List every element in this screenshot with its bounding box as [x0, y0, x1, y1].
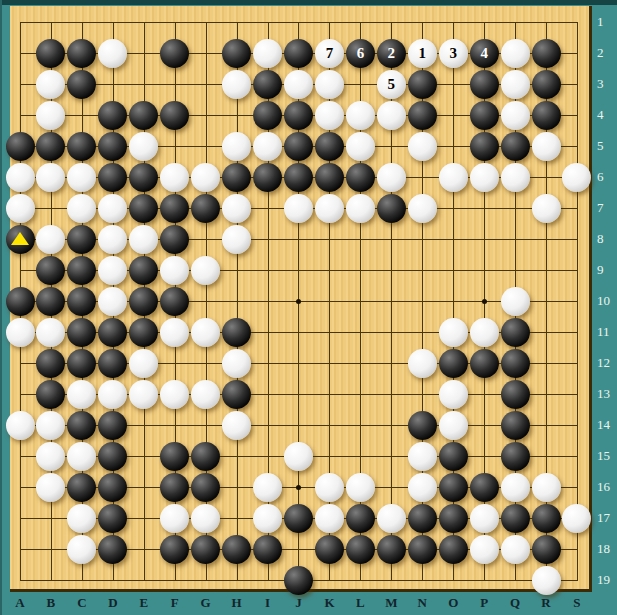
black-stone-Q14[interactable] — [501, 411, 530, 440]
white-stone-E8[interactable] — [129, 225, 158, 254]
white-stone-H14[interactable] — [222, 411, 251, 440]
column-label-I: I — [256, 595, 280, 611]
black-stone-D12[interactable] — [98, 349, 127, 378]
black-stone-D6[interactable] — [98, 163, 127, 192]
black-stone-B13[interactable] — [36, 380, 65, 409]
row-label-15: 15 — [597, 448, 617, 464]
white-stone-D7[interactable] — [98, 194, 127, 223]
white-stone-R19[interactable] — [532, 566, 561, 595]
black-stone-G15[interactable] — [191, 442, 220, 471]
black-stone-D15[interactable] — [98, 442, 127, 471]
white-stone-O6[interactable] — [439, 163, 468, 192]
white-stone-P18[interactable] — [470, 535, 499, 564]
white-stone-C13[interactable] — [67, 380, 96, 409]
white-stone-Q16[interactable] — [501, 473, 530, 502]
white-stone-O14[interactable] — [439, 411, 468, 440]
black-stone-H18[interactable] — [222, 535, 251, 564]
black-stone-O18[interactable] — [439, 535, 468, 564]
row-label-18: 18 — [597, 541, 617, 557]
white-stone-A11[interactable] — [6, 318, 35, 347]
white-stone-D2[interactable] — [98, 39, 127, 68]
black-stone-F4[interactable] — [160, 101, 189, 130]
grid-vline — [577, 22, 578, 581]
black-stone-E9[interactable] — [129, 256, 158, 285]
white-stone-K4[interactable] — [315, 101, 344, 130]
black-stone-H11[interactable] — [222, 318, 251, 347]
black-stone-K5[interactable] — [315, 132, 344, 161]
white-stone-D13[interactable] — [98, 380, 127, 409]
black-stone-C11[interactable] — [67, 318, 96, 347]
black-stone-D18[interactable] — [98, 535, 127, 564]
black-stone-M2[interactable]: 2 — [377, 39, 406, 68]
black-stone-D11[interactable] — [98, 318, 127, 347]
column-label-L: L — [348, 595, 372, 611]
column-label-C: C — [70, 595, 94, 611]
row-label-5: 5 — [597, 138, 617, 154]
white-stone-L16[interactable] — [346, 473, 375, 502]
white-stone-C7[interactable] — [67, 194, 96, 223]
white-stone-C15[interactable] — [67, 442, 96, 471]
black-stone-I18[interactable] — [253, 535, 282, 564]
black-stone-C3[interactable] — [67, 70, 96, 99]
black-stone-E6[interactable] — [129, 163, 158, 192]
white-stone-F6[interactable] — [160, 163, 189, 192]
black-stone-P4[interactable] — [470, 101, 499, 130]
black-stone-J2[interactable] — [284, 39, 313, 68]
black-stone-J5[interactable] — [284, 132, 313, 161]
black-stone-Q13[interactable] — [501, 380, 530, 409]
white-stone-H8[interactable] — [222, 225, 251, 254]
white-stone-G13[interactable] — [191, 380, 220, 409]
white-stone-B6[interactable] — [36, 163, 65, 192]
black-stone-N4[interactable] — [408, 101, 437, 130]
black-stone-A10[interactable] — [6, 287, 35, 316]
white-stone-C6[interactable] — [67, 163, 96, 192]
white-stone-J15[interactable] — [284, 442, 313, 471]
white-stone-K16[interactable] — [315, 473, 344, 502]
black-stone-B5[interactable] — [36, 132, 65, 161]
row-label-19: 19 — [597, 572, 617, 588]
white-stone-I16[interactable] — [253, 473, 282, 502]
white-stone-H7[interactable] — [222, 194, 251, 223]
black-stone-Q11[interactable] — [501, 318, 530, 347]
white-stone-D9[interactable] — [98, 256, 127, 285]
white-stone-N12[interactable] — [408, 349, 437, 378]
row-label-6: 6 — [597, 169, 617, 185]
white-stone-G6[interactable] — [191, 163, 220, 192]
row-label-3: 3 — [597, 76, 617, 92]
black-stone-H13[interactable] — [222, 380, 251, 409]
black-stone-K6[interactable] — [315, 163, 344, 192]
white-stone-A7[interactable] — [6, 194, 35, 223]
black-stone-J4[interactable] — [284, 101, 313, 130]
row-label-7: 7 — [597, 200, 617, 216]
column-label-H: H — [225, 595, 249, 611]
move-number-label: 2 — [388, 46, 396, 61]
white-stone-R7[interactable] — [532, 194, 561, 223]
black-stone-E10[interactable] — [129, 287, 158, 316]
white-stone-C17[interactable] — [67, 504, 96, 533]
column-label-B: B — [39, 595, 63, 611]
white-stone-N2[interactable]: 1 — [408, 39, 437, 68]
white-stone-L5[interactable] — [346, 132, 375, 161]
white-stone-Q6[interactable] — [501, 163, 530, 192]
black-stone-P3[interactable] — [470, 70, 499, 99]
black-stone-Q17[interactable] — [501, 504, 530, 533]
black-stone-C9[interactable] — [67, 256, 96, 285]
row-label-4: 4 — [597, 107, 617, 123]
white-stone-M17[interactable] — [377, 504, 406, 533]
black-stone-F7[interactable] — [160, 194, 189, 223]
black-stone-L17[interactable] — [346, 504, 375, 533]
column-label-K: K — [317, 595, 341, 611]
white-stone-K3[interactable] — [315, 70, 344, 99]
white-stone-N15[interactable] — [408, 442, 437, 471]
black-stone-N17[interactable] — [408, 504, 437, 533]
white-stone-O11[interactable] — [439, 318, 468, 347]
row-label-2: 2 — [597, 45, 617, 61]
black-stone-K18[interactable] — [315, 535, 344, 564]
black-stone-L2[interactable]: 6 — [346, 39, 375, 68]
white-stone-Q18[interactable] — [501, 535, 530, 564]
white-stone-L4[interactable] — [346, 101, 375, 130]
column-label-J: J — [286, 595, 310, 611]
white-stone-Q3[interactable] — [501, 70, 530, 99]
white-stone-E5[interactable] — [129, 132, 158, 161]
black-stone-E7[interactable] — [129, 194, 158, 223]
column-label-F: F — [163, 595, 187, 611]
white-stone-R16[interactable] — [532, 473, 561, 502]
white-stone-O13[interactable] — [439, 380, 468, 409]
row-label-16: 16 — [597, 479, 617, 495]
white-stone-G17[interactable] — [191, 504, 220, 533]
black-stone-Q15[interactable] — [501, 442, 530, 471]
white-stone-K7[interactable] — [315, 194, 344, 223]
black-stone-I4[interactable] — [253, 101, 282, 130]
black-stone-A5[interactable] — [6, 132, 35, 161]
black-stone-O12[interactable] — [439, 349, 468, 378]
white-stone-N7[interactable] — [408, 194, 437, 223]
white-stone-S6[interactable] — [562, 163, 591, 192]
white-stone-O2[interactable]: 3 — [439, 39, 468, 68]
white-stone-Q10[interactable] — [501, 287, 530, 316]
black-stone-F8[interactable] — [160, 225, 189, 254]
column-label-R: R — [534, 595, 558, 611]
white-stone-M4[interactable] — [377, 101, 406, 130]
column-label-D: D — [101, 595, 125, 611]
black-stone-J17[interactable] — [284, 504, 313, 533]
move-number-label: 1 — [419, 46, 427, 61]
column-label-P: P — [472, 595, 496, 611]
black-stone-G7[interactable] — [191, 194, 220, 223]
white-stone-Q4[interactable] — [501, 101, 530, 130]
white-stone-B15[interactable] — [36, 442, 65, 471]
black-stone-B2[interactable] — [36, 39, 65, 68]
black-stone-E4[interactable] — [129, 101, 158, 130]
black-stone-G16[interactable] — [191, 473, 220, 502]
black-stone-Q12[interactable] — [501, 349, 530, 378]
black-stone-M7[interactable] — [377, 194, 406, 223]
black-stone-E11[interactable] — [129, 318, 158, 347]
white-stone-C18[interactable] — [67, 535, 96, 564]
black-stone-Q5[interactable] — [501, 132, 530, 161]
black-stone-D5[interactable] — [98, 132, 127, 161]
column-label-Q: Q — [503, 595, 527, 611]
black-stone-R17[interactable] — [532, 504, 561, 533]
white-stone-I17[interactable] — [253, 504, 282, 533]
go-board-screenshot: 7621345ABCDEFGHIJKLMNOPQRS12345678910111… — [0, 0, 617, 615]
white-stone-G11[interactable] — [191, 318, 220, 347]
black-stone-I3[interactable] — [253, 70, 282, 99]
row-label-14: 14 — [597, 417, 617, 433]
white-stone-J7[interactable] — [284, 194, 313, 223]
row-label-1: 1 — [597, 14, 617, 30]
white-stone-D8[interactable] — [98, 225, 127, 254]
black-stone-O17[interactable] — [439, 504, 468, 533]
white-stone-A14[interactable] — [6, 411, 35, 440]
black-stone-R18[interactable] — [532, 535, 561, 564]
black-stone-F10[interactable] — [160, 287, 189, 316]
column-label-G: G — [194, 595, 218, 611]
black-stone-R4[interactable] — [532, 101, 561, 130]
column-label-O: O — [441, 595, 465, 611]
white-stone-I5[interactable] — [253, 132, 282, 161]
black-stone-J19[interactable] — [284, 566, 313, 595]
column-label-N: N — [410, 595, 434, 611]
white-stone-B3[interactable] — [36, 70, 65, 99]
black-stone-D14[interactable] — [98, 411, 127, 440]
white-stone-E12[interactable] — [129, 349, 158, 378]
black-stone-G18[interactable] — [191, 535, 220, 564]
black-stone-O15[interactable] — [439, 442, 468, 471]
white-stone-P11[interactable] — [470, 318, 499, 347]
black-stone-H6[interactable] — [222, 163, 251, 192]
black-stone-C12[interactable] — [67, 349, 96, 378]
black-stone-P12[interactable] — [470, 349, 499, 378]
white-stone-P6[interactable] — [470, 163, 499, 192]
black-stone-C8[interactable] — [67, 225, 96, 254]
black-stone-P16[interactable] — [470, 473, 499, 502]
white-stone-H12[interactable] — [222, 349, 251, 378]
white-stone-H3[interactable] — [222, 70, 251, 99]
white-stone-R5[interactable] — [532, 132, 561, 161]
white-stone-I2[interactable] — [253, 39, 282, 68]
black-stone-F15[interactable] — [160, 442, 189, 471]
black-stone-R2[interactable] — [532, 39, 561, 68]
white-stone-K2[interactable]: 7 — [315, 39, 344, 68]
white-stone-L7[interactable] — [346, 194, 375, 223]
triangle-marker-icon — [11, 232, 29, 245]
white-stone-B8[interactable] — [36, 225, 65, 254]
black-stone-I6[interactable] — [253, 163, 282, 192]
column-label-S: S — [565, 595, 589, 611]
white-stone-B16[interactable] — [36, 473, 65, 502]
white-stone-H5[interactable] — [222, 132, 251, 161]
row-label-8: 8 — [597, 231, 617, 247]
black-stone-O16[interactable] — [439, 473, 468, 502]
row-label-17: 17 — [597, 510, 617, 526]
grid-vline — [237, 22, 238, 581]
white-stone-F11[interactable] — [160, 318, 189, 347]
row-label-13: 13 — [597, 386, 617, 402]
white-stone-B11[interactable] — [36, 318, 65, 347]
white-stone-N16[interactable] — [408, 473, 437, 502]
white-stone-F17[interactable] — [160, 504, 189, 533]
black-stone-P2[interactable]: 4 — [470, 39, 499, 68]
black-stone-C5[interactable] — [67, 132, 96, 161]
white-stone-S17[interactable] — [562, 504, 591, 533]
black-stone-C2[interactable] — [67, 39, 96, 68]
black-stone-L6[interactable] — [346, 163, 375, 192]
move-number-label: 7 — [326, 46, 334, 61]
white-stone-P17[interactable] — [470, 504, 499, 533]
white-stone-B4[interactable] — [36, 101, 65, 130]
black-stone-F18[interactable] — [160, 535, 189, 564]
black-stone-R3[interactable] — [532, 70, 561, 99]
black-stone-N3[interactable] — [408, 70, 437, 99]
black-stone-P5[interactable] — [470, 132, 499, 161]
black-stone-L18[interactable] — [346, 535, 375, 564]
move-number-label: 4 — [480, 46, 488, 61]
black-stone-F2[interactable] — [160, 39, 189, 68]
white-stone-A6[interactable] — [6, 163, 35, 192]
black-stone-D16[interactable] — [98, 473, 127, 502]
black-stone-B10[interactable] — [36, 287, 65, 316]
row-label-12: 12 — [597, 355, 617, 371]
black-stone-C16[interactable] — [67, 473, 96, 502]
black-stone-D17[interactable] — [98, 504, 127, 533]
white-stone-G9[interactable] — [191, 256, 220, 285]
window-left-edge — [0, 0, 2, 615]
white-stone-Q2[interactable] — [501, 39, 530, 68]
white-stone-B14[interactable] — [36, 411, 65, 440]
window-top-edge — [0, 0, 617, 5]
black-stone-C14[interactable] — [67, 411, 96, 440]
white-stone-E13[interactable] — [129, 380, 158, 409]
white-stone-M6[interactable] — [377, 163, 406, 192]
row-label-10: 10 — [597, 293, 617, 309]
black-stone-C10[interactable] — [67, 287, 96, 316]
white-stone-N5[interactable] — [408, 132, 437, 161]
black-stone-M18[interactable] — [377, 535, 406, 564]
white-stone-D10[interactable] — [98, 287, 127, 316]
white-stone-F13[interactable] — [160, 380, 189, 409]
black-stone-D4[interactable] — [98, 101, 127, 130]
column-label-E: E — [132, 595, 156, 611]
black-stone-N14[interactable] — [408, 411, 437, 440]
move-number-label: 6 — [357, 46, 365, 61]
row-label-9: 9 — [597, 262, 617, 278]
black-stone-B12[interactable] — [36, 349, 65, 378]
column-label-A: A — [8, 595, 32, 611]
black-stone-H2[interactable] — [222, 39, 251, 68]
black-stone-J6[interactable] — [284, 163, 313, 192]
white-stone-F9[interactable] — [160, 256, 189, 285]
move-number-label: 3 — [449, 46, 457, 61]
white-stone-M3[interactable]: 5 — [377, 70, 406, 99]
move-number-label: 5 — [388, 77, 396, 92]
row-label-11: 11 — [597, 324, 617, 340]
white-stone-K17[interactable] — [315, 504, 344, 533]
black-stone-F16[interactable] — [160, 473, 189, 502]
white-stone-J3[interactable] — [284, 70, 313, 99]
black-stone-N18[interactable] — [408, 535, 437, 564]
column-label-M: M — [379, 595, 403, 611]
black-stone-B9[interactable] — [36, 256, 65, 285]
